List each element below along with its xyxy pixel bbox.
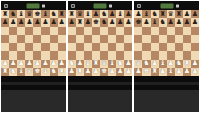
square[interactable]: ♜ [92, 60, 100, 68]
chess-board[interactable]: ♜♞♝♛♚♝♞♜♟♟♟♟♟♟♟♟♟♟♟♟♟♟♟♟♜♞♝♛♚♝♞♜ [1, 10, 66, 76]
screenshot-panel-3: ♟♝♞♜♛♜♟♟♚♟♝♞♟♟♟♟♛♞♟♝♟♞♜♟♟♚♜♟♝♟♟♟ [134, 1, 199, 112]
square[interactable]: ♟ [1, 60, 9, 68]
black-piece: ♟ [117, 19, 123, 26]
black-piece: ♟ [135, 11, 141, 18]
square[interactable]: ♟ [124, 10, 132, 18]
square[interactable] [151, 51, 159, 59]
white-piece: ♞ [50, 68, 56, 75]
square[interactable] [92, 43, 100, 51]
square[interactable]: ♜ [76, 68, 84, 76]
square[interactable] [142, 35, 150, 43]
square[interactable]: ♝ [116, 10, 124, 18]
white-piece: ♟ [26, 60, 32, 67]
square[interactable]: ♚ [134, 18, 142, 26]
black-piece: ♟ [192, 11, 198, 18]
square[interactable] [175, 27, 183, 35]
square[interactable] [167, 43, 175, 51]
square[interactable]: ♚ [142, 68, 150, 76]
square[interactable] [167, 51, 175, 59]
square[interactable] [124, 27, 132, 35]
menu-icon[interactable] [71, 4, 75, 8]
black-piece: ♟ [2, 19, 8, 26]
square[interactable]: ♟ [41, 60, 49, 68]
square[interactable] [183, 27, 191, 35]
square[interactable] [142, 51, 150, 59]
square[interactable]: ♟ [84, 18, 92, 26]
white-piece: ♟ [77, 60, 83, 67]
square[interactable] [41, 27, 49, 35]
square[interactable]: ♞ [9, 10, 17, 18]
square[interactable] [25, 35, 33, 43]
square[interactable] [116, 35, 124, 43]
black-piece: ♟ [184, 19, 190, 26]
square[interactable] [25, 43, 33, 51]
square[interactable]: ♟ [191, 10, 199, 18]
white-piece: ♛ [101, 60, 107, 67]
square[interactable]: ♟ [108, 18, 116, 26]
black-piece: ♟ [34, 19, 40, 26]
square[interactable]: ♜ [68, 10, 76, 18]
square[interactable] [1, 43, 9, 51]
black-piece: ♟ [93, 11, 99, 18]
square[interactable] [100, 35, 108, 43]
square[interactable]: ♟ [50, 60, 58, 68]
square[interactable] [41, 43, 49, 51]
white-piece: ♜ [77, 68, 83, 75]
square[interactable]: ♛ [100, 60, 108, 68]
square[interactable] [33, 35, 41, 43]
square[interactable] [1, 35, 9, 43]
square[interactable]: ♝ [151, 18, 159, 26]
square[interactable]: ♚ [92, 18, 100, 26]
white-piece: ♟ [109, 68, 115, 75]
square[interactable]: ♝ [17, 10, 25, 18]
white-piece: ♝ [109, 60, 115, 67]
black-piece: ♞ [50, 11, 56, 18]
chevron-down-icon[interactable] [176, 4, 179, 7]
white-piece: ♝ [85, 60, 91, 67]
square[interactable] [58, 43, 66, 51]
square[interactable]: ♜ [183, 60, 191, 68]
white-piece: ♚ [101, 68, 107, 75]
square[interactable]: ♞ [151, 10, 159, 18]
square[interactable] [100, 27, 108, 35]
square[interactable]: ♝ [41, 10, 49, 18]
square[interactable] [92, 51, 100, 59]
square[interactable]: ♟ [183, 18, 191, 26]
black-piece: ♜ [69, 11, 75, 18]
chess-board[interactable]: ♟♝♞♜♛♜♟♟♚♟♝♞♟♟♟♟♛♞♟♝♟♞♜♟♟♚♜♟♝♟♟♟ [134, 10, 199, 76]
square[interactable] [1, 27, 9, 35]
black-piece: ♟ [42, 19, 48, 26]
square[interactable] [84, 51, 92, 59]
square[interactable]: ♟ [191, 68, 199, 76]
white-piece: ♜ [93, 60, 99, 67]
black-piece: ♛ [26, 11, 32, 18]
white-piece: ♟ [10, 60, 16, 67]
square[interactable]: ♞ [116, 60, 124, 68]
game-status-badge[interactable] [27, 3, 40, 8]
square[interactable] [58, 51, 66, 59]
black-piece: ♟ [26, 19, 32, 26]
square[interactable] [151, 43, 159, 51]
chevron-down-icon[interactable] [109, 4, 112, 7]
square[interactable] [50, 51, 58, 59]
square[interactable]: ♛ [134, 60, 142, 68]
square[interactable] [9, 51, 17, 59]
square[interactable] [151, 35, 159, 43]
black-piece: ♟ [69, 19, 75, 26]
square[interactable] [116, 27, 124, 35]
white-piece: ♞ [10, 68, 16, 75]
square[interactable] [175, 35, 183, 43]
white-piece: ♟ [184, 68, 190, 75]
black-piece: ♟ [125, 11, 131, 18]
square[interactable] [17, 43, 25, 51]
square[interactable] [124, 35, 132, 43]
square[interactable]: ♜ [151, 68, 159, 76]
white-piece: ♟ [192, 68, 198, 75]
square[interactable]: ♝ [142, 10, 150, 18]
square[interactable]: ♞ [142, 60, 150, 68]
square[interactable]: ♞ [159, 18, 167, 26]
square[interactable]: ♟ [58, 60, 66, 68]
square[interactable]: ♝ [84, 10, 92, 18]
square[interactable]: ♝ [167, 68, 175, 76]
square[interactable]: ♛ [167, 10, 175, 18]
square[interactable]: ♜ [1, 68, 9, 76]
white-piece: ♟ [125, 68, 131, 75]
game-status-badge[interactable] [94, 3, 107, 8]
square[interactable]: ♟ [33, 60, 41, 68]
square[interactable]: ♟ [108, 68, 116, 76]
white-piece: ♟ [192, 60, 198, 67]
square[interactable]: ♟ [92, 10, 100, 18]
square[interactable]: ♟ [9, 18, 17, 26]
square[interactable] [50, 27, 58, 35]
black-piece: ♟ [50, 19, 56, 26]
panel-footer [1, 90, 66, 112]
square[interactable]: ♝ [17, 68, 25, 76]
square[interactable]: ♝ [84, 60, 92, 68]
black-piece: ♞ [101, 19, 107, 26]
square[interactable] [124, 43, 132, 51]
square[interactable] [41, 35, 49, 43]
white-piece: ♟ [2, 60, 8, 67]
square[interactable]: ♛ [25, 10, 33, 18]
white-piece: ♟ [85, 68, 91, 75]
black-piece: ♞ [101, 11, 107, 18]
square[interactable]: ♜ [1, 10, 9, 18]
square[interactable] [167, 27, 175, 35]
square[interactable] [76, 27, 84, 35]
square[interactable]: ♞ [68, 60, 76, 68]
square[interactable]: ♟ [17, 60, 25, 68]
square[interactable] [33, 51, 41, 59]
square[interactable] [68, 51, 76, 59]
square[interactable] [1, 51, 9, 59]
square[interactable]: ♟ [25, 60, 33, 68]
square[interactable]: ♜ [175, 10, 183, 18]
square[interactable]: ♟ [167, 18, 175, 26]
white-piece: ♟ [135, 68, 141, 75]
menu-icon[interactable] [4, 4, 8, 8]
square[interactable] [50, 43, 58, 51]
square[interactable]: ♟ [134, 10, 142, 18]
square[interactable]: ♟ [68, 18, 76, 26]
square[interactable] [142, 43, 150, 51]
square[interactable] [159, 35, 167, 43]
square[interactable]: ♟ [116, 68, 124, 76]
square[interactable] [142, 27, 150, 35]
black-piece: ♟ [143, 19, 149, 26]
white-piece: ♟ [117, 68, 123, 75]
square[interactable] [76, 51, 84, 59]
square[interactable] [159, 27, 167, 35]
square[interactable]: ♟ [191, 18, 199, 26]
square[interactable] [191, 27, 199, 35]
game-status-badge[interactable] [160, 3, 173, 8]
square[interactable]: ♟ [50, 18, 58, 26]
white-piece: ♜ [2, 68, 8, 75]
square[interactable] [68, 35, 76, 43]
square[interactable] [183, 35, 191, 43]
square[interactable] [100, 51, 108, 59]
black-piece: ♝ [117, 11, 123, 18]
square[interactable]: ♝ [41, 68, 49, 76]
black-piece: ♝ [18, 11, 24, 18]
white-piece: ♝ [18, 68, 24, 75]
square[interactable]: ♟ [76, 60, 84, 68]
black-piece: ♝ [85, 11, 91, 18]
screenshot-strip: ♜♞♝♛♚♝♞♜♟♟♟♟♟♟♟♟♟♟♟♟♟♟♟♟♜♞♝♛♚♝♞♜ ♜♛♝♟♞♟♝… [0, 0, 200, 113]
white-piece: ♝ [159, 60, 165, 67]
chevron-down-icon[interactable] [42, 4, 45, 7]
black-piece: ♜ [159, 11, 165, 18]
square[interactable]: ♟ [191, 60, 199, 68]
square[interactable]: ♟ [58, 18, 66, 26]
black-piece: ♜ [77, 19, 83, 26]
square[interactable]: ♞ [50, 10, 58, 18]
square[interactable]: ♟ [92, 68, 100, 76]
square[interactable] [84, 27, 92, 35]
square[interactable] [159, 51, 167, 59]
black-piece: ♝ [151, 19, 157, 26]
black-piece: ♚ [135, 19, 141, 26]
square[interactable] [151, 27, 159, 35]
square[interactable]: ♟ [68, 68, 76, 76]
square[interactable]: ♞ [100, 18, 108, 26]
square[interactable] [159, 43, 167, 51]
square[interactable]: ♟ [151, 60, 159, 68]
square[interactable]: ♛ [25, 68, 33, 76]
white-piece: ♟ [58, 60, 64, 67]
square[interactable] [183, 51, 191, 59]
square[interactable]: ♟ [175, 68, 183, 76]
square[interactable]: ♞ [100, 10, 108, 18]
square[interactable] [108, 27, 116, 35]
square[interactable] [116, 43, 124, 51]
square[interactable] [9, 43, 17, 51]
square[interactable]: ♟ [142, 18, 150, 26]
square[interactable] [108, 35, 116, 43]
black-piece: ♟ [109, 19, 115, 26]
black-piece: ♚ [34, 11, 40, 18]
square[interactable]: ♟ [183, 68, 191, 76]
square[interactable] [9, 35, 17, 43]
app-header [134, 1, 199, 10]
black-piece: ♜ [2, 11, 8, 18]
square[interactable] [33, 43, 41, 51]
white-piece: ♟ [151, 60, 157, 67]
white-piece: ♟ [34, 60, 40, 67]
square[interactable] [175, 43, 183, 51]
white-piece: ♟ [69, 68, 75, 75]
screenshot-panel-2: ♜♛♝♟♞♟♝♟♟♜♟♚♞♟♟♟♞♟♝♜♛♝♞♟♟♜♟♟♚♟♟♟ [68, 1, 133, 112]
square[interactable] [108, 51, 116, 59]
white-piece: ♚ [143, 68, 149, 75]
square[interactable]: ♟ [183, 10, 191, 18]
white-piece: ♟ [50, 60, 56, 67]
square[interactable]: ♚ [33, 68, 41, 76]
square[interactable]: ♟ [134, 68, 142, 76]
square[interactable]: ♟ [1, 18, 9, 26]
square[interactable] [58, 27, 66, 35]
square[interactable] [68, 43, 76, 51]
white-piece: ♟ [125, 60, 131, 67]
black-piece: ♟ [18, 19, 24, 26]
square[interactable] [25, 27, 33, 35]
square[interactable]: ♜ [58, 10, 66, 18]
square[interactable] [134, 51, 142, 59]
square[interactable]: ♟ [25, 18, 33, 26]
white-piece: ♝ [42, 68, 48, 75]
square[interactable] [116, 51, 124, 59]
white-piece: ♛ [26, 68, 32, 75]
square[interactable] [124, 51, 132, 59]
white-piece: ♞ [176, 60, 182, 67]
black-piece: ♜ [176, 11, 182, 18]
chess-board[interactable]: ♜♛♝♟♞♟♝♟♟♜♟♚♞♟♟♟♞♟♝♜♛♝♞♟♟♜♟♟♚♟♟♟ [68, 10, 133, 76]
square[interactable]: ♟ [124, 68, 132, 76]
square[interactable] [167, 35, 175, 43]
square[interactable]: ♟ [41, 18, 49, 26]
square[interactable] [100, 43, 108, 51]
square[interactable] [76, 43, 84, 51]
square[interactable]: ♟ [116, 18, 124, 26]
white-piece: ♟ [18, 60, 24, 67]
black-piece: ♚ [93, 19, 99, 26]
square[interactable]: ♜ [159, 10, 167, 18]
square[interactable] [9, 27, 17, 35]
square[interactable] [17, 51, 25, 59]
square[interactable]: ♚ [33, 10, 41, 18]
black-piece: ♟ [58, 19, 64, 26]
square[interactable]: ♚ [100, 68, 108, 76]
square[interactable]: ♟ [108, 10, 116, 18]
square[interactable] [183, 43, 191, 51]
white-piece: ♜ [151, 68, 157, 75]
square[interactable] [84, 35, 92, 43]
black-piece: ♝ [143, 11, 149, 18]
square[interactable] [191, 43, 199, 51]
square[interactable] [25, 51, 33, 59]
square[interactable]: ♞ [50, 68, 58, 76]
black-piece: ♞ [159, 19, 165, 26]
square[interactable] [33, 27, 41, 35]
square[interactable]: ♟ [33, 18, 41, 26]
black-piece: ♟ [85, 19, 91, 26]
white-piece: ♟ [176, 68, 182, 75]
white-piece: ♟ [168, 60, 174, 67]
black-piece: ♛ [168, 11, 174, 18]
square[interactable]: ♝ [159, 60, 167, 68]
square[interactable] [191, 35, 199, 43]
square[interactable] [134, 43, 142, 51]
menu-icon[interactable] [137, 4, 141, 8]
screenshot-panel-1: ♜♞♝♛♚♝♞♜♟♟♟♟♟♟♟♟♟♟♟♟♟♟♟♟♜♞♝♛♚♝♞♜ [1, 1, 66, 112]
square[interactable]: ♟ [124, 18, 132, 26]
square[interactable] [108, 43, 116, 51]
square[interactable] [92, 35, 100, 43]
black-piece: ♜ [58, 11, 64, 18]
square[interactable]: ♟ [175, 18, 183, 26]
square[interactable]: ♞ [175, 60, 183, 68]
white-piece: ♟ [159, 68, 165, 75]
square[interactable]: ♜ [76, 18, 84, 26]
black-piece: ♟ [176, 19, 182, 26]
square[interactable] [58, 35, 66, 43]
square[interactable] [17, 35, 25, 43]
square[interactable] [134, 27, 142, 35]
square[interactable]: ♟ [9, 60, 17, 68]
black-piece: ♝ [42, 11, 48, 18]
panel-footer [68, 90, 133, 112]
black-piece: ♟ [168, 19, 174, 26]
square[interactable] [191, 51, 199, 59]
square[interactable]: ♟ [167, 60, 175, 68]
black-piece: ♟ [192, 19, 198, 26]
square[interactable]: ♞ [9, 68, 17, 76]
square[interactable]: ♟ [84, 68, 92, 76]
white-piece: ♛ [135, 60, 141, 67]
panel-footer [134, 90, 199, 112]
square[interactable] [175, 51, 183, 59]
white-piece: ♟ [42, 60, 48, 67]
square[interactable] [84, 43, 92, 51]
square[interactable] [17, 27, 25, 35]
square[interactable] [50, 35, 58, 43]
square[interactable] [41, 51, 49, 59]
square[interactable]: ♟ [17, 18, 25, 26]
black-piece: ♟ [184, 11, 190, 18]
white-piece: ♜ [58, 68, 64, 75]
white-piece: ♚ [34, 68, 40, 75]
square[interactable]: ♟ [124, 60, 132, 68]
square[interactable]: ♟ [159, 68, 167, 76]
white-piece: ♟ [93, 68, 99, 75]
square[interactable]: ♝ [108, 60, 116, 68]
square[interactable] [92, 27, 100, 35]
square[interactable]: ♛ [76, 10, 84, 18]
black-piece: ♟ [10, 19, 16, 26]
square[interactable] [68, 27, 76, 35]
square[interactable] [134, 35, 142, 43]
app-header [68, 1, 133, 10]
square[interactable] [76, 35, 84, 43]
white-piece: ♞ [117, 60, 123, 67]
square[interactable]: ♜ [58, 68, 66, 76]
